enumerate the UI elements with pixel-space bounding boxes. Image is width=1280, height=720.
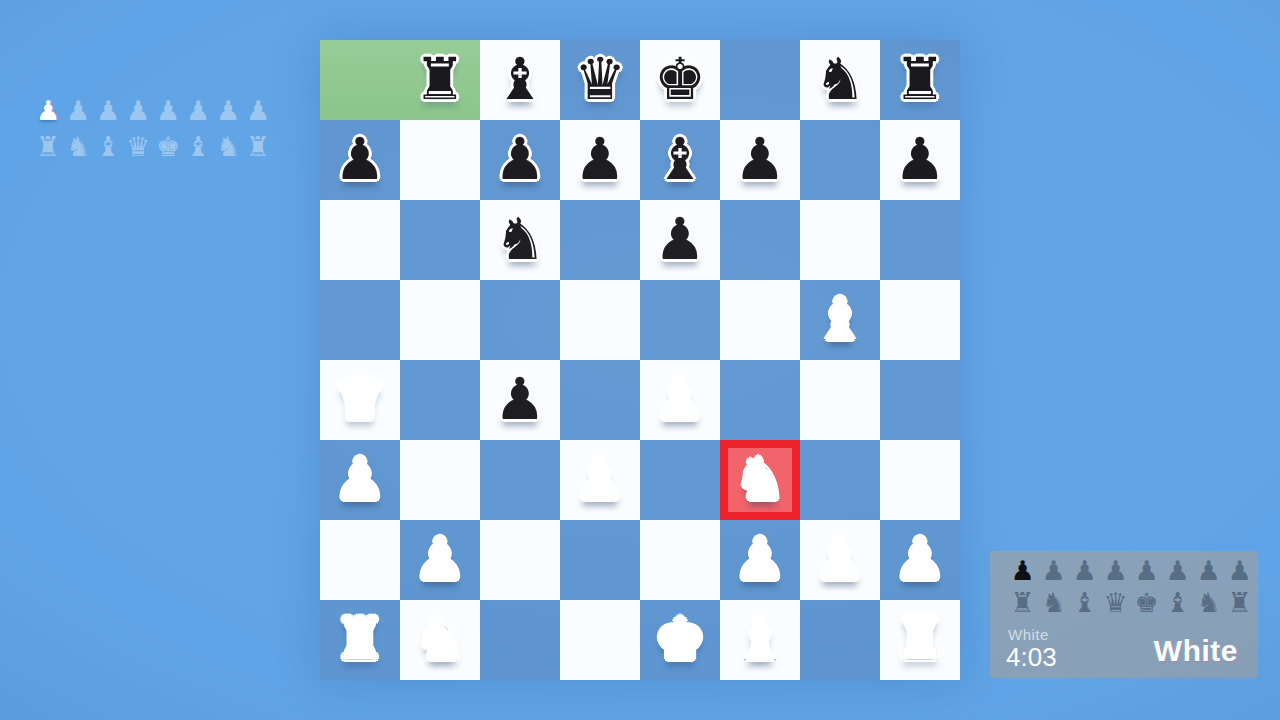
captured-tray-white-pieces: ♟♟♟♟♟♟♟♟♜♞♝♛♚♝♞♜	[33, 94, 273, 166]
ghost-white-pawn: ♟	[153, 94, 183, 130]
square-a6[interactable]	[320, 200, 400, 280]
white-pawn-e4: ♟	[640, 360, 720, 440]
square-d2[interactable]	[560, 520, 640, 600]
white-bishop-f1: ♝	[720, 600, 800, 680]
square-g5[interactable]: ♝	[800, 280, 880, 360]
square-e7[interactable]: ♝	[640, 120, 720, 200]
player-clock: 4:03	[1006, 642, 1057, 673]
square-c1[interactable]	[480, 600, 560, 680]
square-g3[interactable]	[800, 440, 880, 520]
white-queen-a4: ♛	[320, 360, 400, 440]
white-pawn-f2: ♟	[720, 520, 800, 600]
ghost-black-pawn: ♟	[1224, 555, 1255, 587]
white-pawn-h2: ♟	[880, 520, 960, 600]
square-a8[interactable]	[320, 40, 400, 120]
square-d5[interactable]	[560, 280, 640, 360]
square-e8[interactable]: ♚	[640, 40, 720, 120]
ghost-black-king: ♚	[1131, 587, 1162, 619]
captured-white-pawn: ♟	[33, 94, 63, 130]
ghost-black-rook: ♜	[1224, 587, 1255, 619]
square-a1[interactable]: ♜	[320, 600, 400, 680]
ghost-black-pawn: ♟	[1100, 555, 1131, 587]
square-a7[interactable]: ♟	[320, 120, 400, 200]
square-b2[interactable]: ♟	[400, 520, 480, 600]
white-pawn-a3: ♟	[320, 440, 400, 520]
black-pawn-c4: ♟	[480, 360, 560, 440]
square-g4[interactable]	[800, 360, 880, 440]
square-f7[interactable]: ♟	[720, 120, 800, 200]
square-h7[interactable]: ♟	[880, 120, 960, 200]
square-h4[interactable]	[880, 360, 960, 440]
ghost-black-pawn: ♟	[1038, 555, 1069, 587]
square-c8[interactable]: ♝	[480, 40, 560, 120]
square-a3[interactable]: ♟	[320, 440, 400, 520]
ghost-white-knight: ♞	[213, 130, 243, 166]
tray-row: ♟♟♟♟♟♟♟♟	[1007, 555, 1255, 587]
square-d3[interactable]: ♟	[560, 440, 640, 520]
square-c5[interactable]	[480, 280, 560, 360]
square-b5[interactable]	[400, 280, 480, 360]
ghost-black-pawn: ♟	[1193, 555, 1224, 587]
ghost-white-pawn: ♟	[93, 94, 123, 130]
black-knight-c6: ♞	[480, 200, 560, 280]
captured-black-pawn: ♟	[1007, 555, 1038, 587]
square-e1[interactable]: ♚	[640, 600, 720, 680]
square-e4[interactable]: ♟	[640, 360, 720, 440]
square-d1[interactable]	[560, 600, 640, 680]
ghost-white-rook: ♜	[33, 130, 63, 166]
square-g2[interactable]: ♟	[800, 520, 880, 600]
black-pawn-h7: ♟	[880, 120, 960, 200]
white-pawn-d3: ♟	[560, 440, 640, 520]
red-alert-overlay	[728, 448, 792, 512]
square-a2[interactable]	[320, 520, 400, 600]
ghost-white-bishop: ♝	[183, 130, 213, 166]
black-king-e8: ♚	[640, 40, 720, 120]
black-rook-b8: ♜	[400, 40, 480, 120]
square-c2[interactable]	[480, 520, 560, 600]
square-g7[interactable]	[800, 120, 880, 200]
square-f2[interactable]: ♟	[720, 520, 800, 600]
square-c7[interactable]: ♟	[480, 120, 560, 200]
square-h1[interactable]: ♜	[880, 600, 960, 680]
black-bishop-e7: ♝	[640, 120, 720, 200]
ghost-white-king: ♚	[153, 130, 183, 166]
ghost-black-bishop: ♝	[1162, 587, 1193, 619]
square-b7[interactable]	[400, 120, 480, 200]
tray-row: ♜♞♝♛♚♝♞♜	[1007, 587, 1255, 619]
square-b1[interactable]: ♞	[400, 600, 480, 680]
square-h8[interactable]: ♜	[880, 40, 960, 120]
black-pawn-f7: ♟	[720, 120, 800, 200]
white-rook-h1: ♜	[880, 600, 960, 680]
square-h3[interactable]	[880, 440, 960, 520]
square-c4[interactable]: ♟	[480, 360, 560, 440]
black-pawn-d7: ♟	[560, 120, 640, 200]
square-a5[interactable]	[320, 280, 400, 360]
ghost-white-knight: ♞	[63, 130, 93, 166]
black-pawn-a7: ♟	[320, 120, 400, 200]
ghost-black-knight: ♞	[1038, 587, 1069, 619]
ghost-white-pawn: ♟	[213, 94, 243, 130]
ghost-black-pawn: ♟	[1131, 555, 1162, 587]
captured-tray-black-pieces: ♟♟♟♟♟♟♟♟♜♞♝♛♚♝♞♜	[1007, 555, 1255, 619]
black-queen-d8: ♛	[560, 40, 640, 120]
square-f1[interactable]: ♝	[720, 600, 800, 680]
square-f4[interactable]	[720, 360, 800, 440]
square-e5[interactable]	[640, 280, 720, 360]
square-d6[interactable]	[560, 200, 640, 280]
square-b6[interactable]	[400, 200, 480, 280]
square-c3[interactable]	[480, 440, 560, 520]
white-rook-a1: ♜	[320, 600, 400, 680]
square-d4[interactable]	[560, 360, 640, 440]
ghost-white-pawn: ♟	[63, 94, 93, 130]
square-f6[interactable]	[720, 200, 800, 280]
black-pawn-c7: ♟	[480, 120, 560, 200]
ghost-black-pawn: ♟	[1069, 555, 1100, 587]
ghost-white-bishop: ♝	[93, 130, 123, 166]
square-c6[interactable]: ♞	[480, 200, 560, 280]
ghost-white-pawn: ♟	[123, 94, 153, 130]
square-b8[interactable]: ♜	[400, 40, 480, 120]
side-to-move-label: White	[1154, 634, 1238, 668]
square-h2[interactable]: ♟	[880, 520, 960, 600]
ghost-black-knight: ♞	[1193, 587, 1224, 619]
white-pawn-b2: ♟	[400, 520, 480, 600]
square-g6[interactable]	[800, 200, 880, 280]
square-e6[interactable]: ♟	[640, 200, 720, 280]
tray-row: ♟♟♟♟♟♟♟♟	[33, 94, 273, 130]
square-h5[interactable]	[880, 280, 960, 360]
ghost-white-pawn: ♟	[243, 94, 273, 130]
ghost-black-pawn: ♟	[1162, 555, 1193, 587]
square-b3[interactable]	[400, 440, 480, 520]
black-rook-h8: ♜	[880, 40, 960, 120]
tray-row: ♜♞♝♛♚♝♞♜	[33, 130, 273, 166]
square-e2[interactable]	[640, 520, 720, 600]
player-name-label: White	[1008, 626, 1049, 643]
black-pawn-e6: ♟	[640, 200, 720, 280]
chess-board: ♜♝♛♚♞♜♟♟♟♝♟♟♞♟♝♛♟♟♟♟♞♟♟♟♟♜♞♚♝♜	[320, 40, 960, 680]
square-g8[interactable]: ♞	[800, 40, 880, 120]
square-h6[interactable]	[880, 200, 960, 280]
ghost-white-rook: ♜	[243, 130, 273, 166]
black-knight-g8: ♞	[800, 40, 880, 120]
square-f3[interactable]: ♞	[720, 440, 800, 520]
white-pawn-g2: ♟	[800, 520, 880, 600]
square-e3[interactable]	[640, 440, 720, 520]
square-a4[interactable]: ♛	[320, 360, 400, 440]
ghost-white-queen: ♛	[123, 130, 153, 166]
white-knight-b1: ♞	[400, 600, 480, 680]
square-d8[interactable]: ♛	[560, 40, 640, 120]
square-f8[interactable]	[720, 40, 800, 120]
square-g1[interactable]	[800, 600, 880, 680]
ghost-black-bishop: ♝	[1069, 587, 1100, 619]
white-king-e1: ♚	[640, 600, 720, 680]
ghost-black-rook: ♜	[1007, 587, 1038, 619]
square-f5[interactable]	[720, 280, 800, 360]
square-b4[interactable]	[400, 360, 480, 440]
black-bishop-c8: ♝	[480, 40, 560, 120]
ghost-black-queen: ♛	[1100, 587, 1131, 619]
white-player-panel: ♟♟♟♟♟♟♟♟♜♞♝♛♚♝♞♜ White 4:03 White	[990, 551, 1258, 678]
square-d7[interactable]: ♟	[560, 120, 640, 200]
ghost-white-pawn: ♟	[183, 94, 213, 130]
white-bishop-g5: ♝	[800, 280, 880, 360]
